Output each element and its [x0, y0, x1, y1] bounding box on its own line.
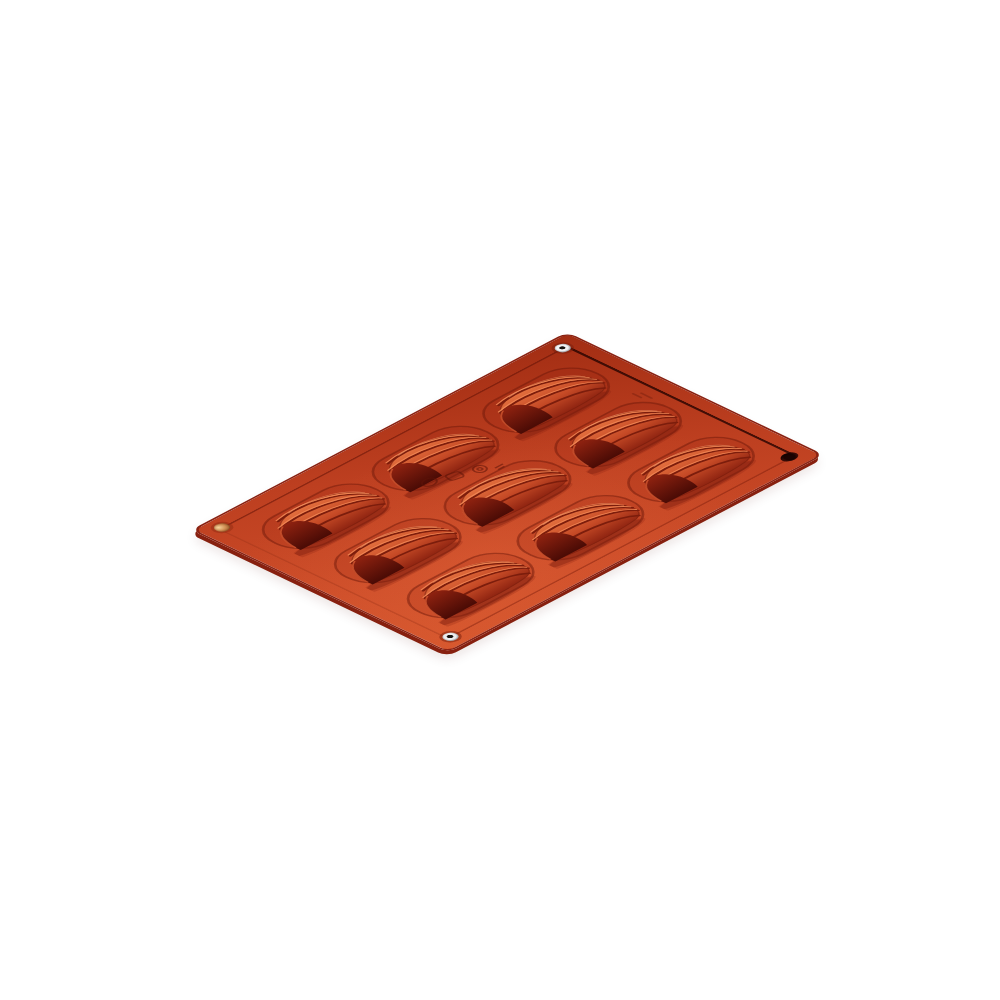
- product-photo-canvas: [0, 0, 1000, 1000]
- corner-eyelet-steel-bottom: [439, 631, 462, 643]
- corner-eyelet-steel-top: [551, 342, 574, 354]
- corner-hole: [777, 451, 802, 464]
- cavity-grid: [237, 355, 780, 630]
- corner-eyelet-copper: [211, 522, 234, 534]
- silicone-mold: [191, 332, 824, 653]
